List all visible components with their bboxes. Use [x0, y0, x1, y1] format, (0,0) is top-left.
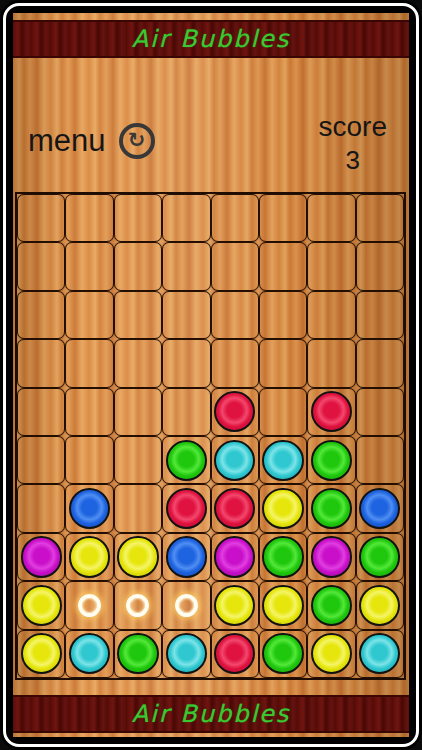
bubble-blue[interactable] [166, 536, 207, 577]
board-cell [162, 242, 210, 290]
bubble-yellow[interactable] [262, 488, 303, 529]
board-cell [17, 194, 65, 242]
board-cell [211, 388, 259, 436]
app-title: Air Bubbles [132, 25, 291, 53]
board-cell [114, 533, 162, 581]
bubble-green[interactable] [166, 440, 207, 481]
score-label: score [319, 111, 387, 143]
bubble-yellow[interactable] [21, 585, 62, 626]
game-screen: Air Bubbles menu ↻ score 3 Air Bubbles [13, 13, 409, 737]
bubble-yellow[interactable] [69, 536, 110, 577]
board-cell [307, 291, 355, 339]
board-cell [65, 630, 113, 678]
bubble-green[interactable] [311, 488, 352, 529]
bubble-green[interactable] [262, 536, 303, 577]
board-cell [162, 291, 210, 339]
board-cell [114, 581, 162, 629]
board-cell [65, 581, 113, 629]
board-cell [259, 339, 307, 387]
bubble-cyan[interactable] [359, 633, 400, 674]
board-cell [307, 242, 355, 290]
board-cell [17, 291, 65, 339]
board-cell [356, 242, 404, 290]
board-cell [162, 581, 210, 629]
bubble-yellow[interactable] [311, 633, 352, 674]
board-cell [307, 194, 355, 242]
board-cell [17, 533, 65, 581]
board-cell [356, 484, 404, 532]
bubble-green[interactable] [311, 585, 352, 626]
board-cell [356, 533, 404, 581]
bubble-red[interactable] [214, 391, 255, 432]
board-cell [307, 581, 355, 629]
bubble-red[interactable] [311, 391, 352, 432]
bubble-magenta[interactable] [21, 536, 62, 577]
bubble-green[interactable] [311, 440, 352, 481]
board-cell [211, 339, 259, 387]
board-cell [307, 339, 355, 387]
board-cell [114, 194, 162, 242]
board-cell [211, 291, 259, 339]
title-bar: Air Bubbles [13, 20, 409, 58]
board-cell [307, 484, 355, 532]
board-cell [356, 436, 404, 484]
board-cell [307, 388, 355, 436]
board-cell [65, 533, 113, 581]
board-cell [162, 484, 210, 532]
board-cell [114, 388, 162, 436]
board-cell [162, 194, 210, 242]
board-cell [65, 194, 113, 242]
small-bubble[interactable] [175, 594, 198, 617]
board-cell [211, 484, 259, 532]
board-cell [17, 484, 65, 532]
board-cell [17, 630, 65, 678]
refresh-icon: ↻ [128, 130, 146, 151]
board-cell [356, 339, 404, 387]
board-cell [17, 436, 65, 484]
bubble-cyan[interactable] [166, 633, 207, 674]
board-cell [162, 436, 210, 484]
board-cell [114, 436, 162, 484]
footer-title: Air Bubbles [132, 700, 291, 728]
bubble-cyan[interactable] [214, 440, 255, 481]
board-cell [307, 533, 355, 581]
board-cell [211, 242, 259, 290]
board-cell [65, 291, 113, 339]
board-cell [162, 533, 210, 581]
board-cell [356, 291, 404, 339]
bubble-magenta[interactable] [311, 536, 352, 577]
board-cell [17, 242, 65, 290]
board-cell [259, 194, 307, 242]
board-cell [259, 436, 307, 484]
board [15, 192, 406, 680]
board-cell [307, 436, 355, 484]
board-cell [356, 388, 404, 436]
bubble-green[interactable] [117, 633, 158, 674]
bubble-yellow[interactable] [359, 585, 400, 626]
app-window: Air Bubbles menu ↻ score 3 Air Bubbles [0, 0, 422, 750]
restart-button[interactable]: ↻ [119, 123, 155, 159]
bubble-red[interactable] [214, 633, 255, 674]
bubble-yellow[interactable] [262, 585, 303, 626]
bubble-red[interactable] [214, 488, 255, 529]
menu-button[interactable]: menu [28, 123, 106, 159]
bubble-cyan[interactable] [69, 633, 110, 674]
bubble-red[interactable] [166, 488, 207, 529]
board-cell [259, 630, 307, 678]
board-cell [65, 242, 113, 290]
score-display: score 3 [319, 111, 387, 176]
board-cell [162, 339, 210, 387]
board-cell [65, 339, 113, 387]
bubble-yellow[interactable] [117, 536, 158, 577]
footer-bar: Air Bubbles [13, 695, 409, 733]
board-cell [162, 388, 210, 436]
hud-left: menu ↻ [28, 123, 155, 159]
board-cell [259, 484, 307, 532]
bubble-cyan[interactable] [262, 440, 303, 481]
board-cell [356, 581, 404, 629]
board-cell [114, 484, 162, 532]
board-cell [356, 630, 404, 678]
board-cell [259, 388, 307, 436]
board-cell [211, 436, 259, 484]
bubble-green[interactable] [359, 536, 400, 577]
bubble-magenta[interactable] [214, 536, 255, 577]
board-cell [114, 630, 162, 678]
board-cell [17, 581, 65, 629]
board-cell [65, 436, 113, 484]
small-bubble[interactable] [78, 594, 101, 617]
board-cell [211, 581, 259, 629]
small-bubble[interactable] [126, 594, 149, 617]
bubble-green[interactable] [262, 633, 303, 674]
board-cell [307, 630, 355, 678]
board-cell [162, 630, 210, 678]
board-cell [211, 194, 259, 242]
board-cell [17, 388, 65, 436]
board-cell [259, 291, 307, 339]
bubble-yellow[interactable] [21, 633, 62, 674]
board-cell [356, 194, 404, 242]
board-cell [114, 242, 162, 290]
bubble-blue[interactable] [359, 488, 400, 529]
board-cell [65, 388, 113, 436]
board-cell [211, 533, 259, 581]
board-cell [114, 291, 162, 339]
score-value: 3 [319, 145, 387, 176]
bubble-blue[interactable] [69, 488, 110, 529]
board-cell [17, 339, 65, 387]
board-cell [114, 339, 162, 387]
bubble-yellow[interactable] [214, 585, 255, 626]
board-cell [65, 484, 113, 532]
board-cell [211, 630, 259, 678]
board-cell [259, 242, 307, 290]
board-cell [259, 533, 307, 581]
board-cell [259, 581, 307, 629]
